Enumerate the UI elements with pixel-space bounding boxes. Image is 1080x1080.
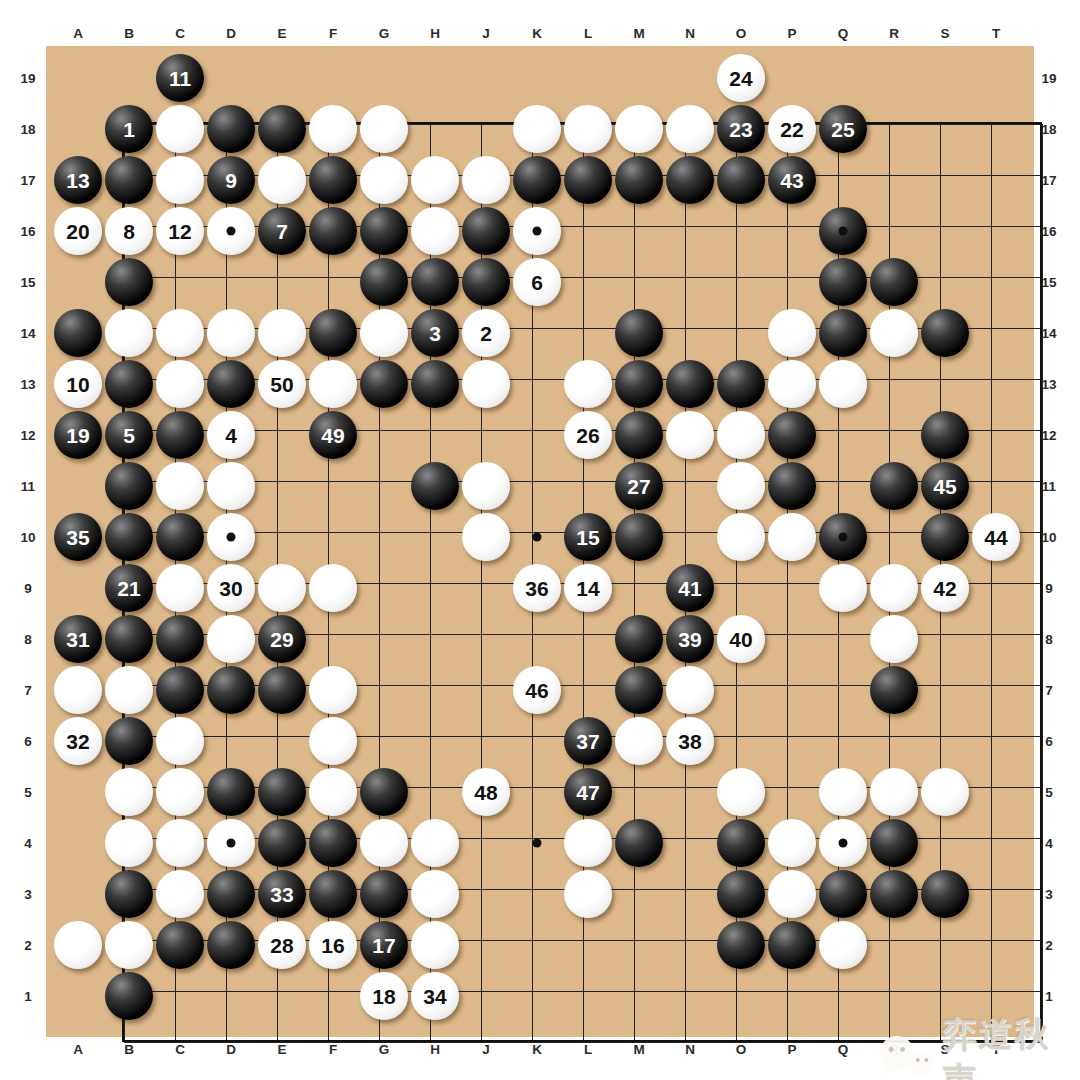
intersection-O10 xyxy=(716,512,767,563)
intersection-R11 xyxy=(869,461,920,512)
intersection-K6 xyxy=(512,716,563,767)
intersection-B15 xyxy=(104,257,155,308)
intersection-B12: 5 xyxy=(104,410,155,461)
black-stone-A17: 13 xyxy=(54,156,102,204)
white-stone-K7: 46 xyxy=(513,666,561,714)
intersection-O19: 24 xyxy=(716,53,767,104)
intersection-S10 xyxy=(920,512,971,563)
black-stone-M10 xyxy=(615,513,663,561)
white-stone-C17 xyxy=(156,156,204,204)
black-stone-Q3 xyxy=(819,870,867,918)
intersection-A2 xyxy=(53,920,104,971)
intersection-H13 xyxy=(410,359,461,410)
white-stone-C9 xyxy=(156,564,204,612)
black-stone-N13 xyxy=(666,360,714,408)
intersection-C15 xyxy=(155,257,206,308)
intersection-G7 xyxy=(359,665,410,716)
intersection-S3 xyxy=(920,869,971,920)
intersection-H6 xyxy=(410,716,461,767)
black-stone-C10 xyxy=(156,513,204,561)
coordinate-label: T xyxy=(992,26,1000,41)
intersection-K18 xyxy=(512,104,563,155)
intersection-E9 xyxy=(257,563,308,614)
black-stone-O2 xyxy=(717,921,765,969)
intersection-R2 xyxy=(869,920,920,971)
coordinate-label: 1 xyxy=(1045,989,1053,1004)
intersection-M8 xyxy=(614,614,665,665)
intersection-J15 xyxy=(461,257,512,308)
white-stone-P10 xyxy=(768,513,816,561)
intersection-S13 xyxy=(920,359,971,410)
intersection-Q14 xyxy=(818,308,869,359)
intersection-K19 xyxy=(512,53,563,104)
intersection-E5 xyxy=(257,767,308,818)
black-stone-G15 xyxy=(360,258,408,306)
black-stone-D3 xyxy=(207,870,255,918)
white-stone-L4 xyxy=(564,819,612,867)
intersection-E12 xyxy=(257,410,308,461)
intersection-O2 xyxy=(716,920,767,971)
star-point xyxy=(839,227,848,236)
intersection-T15 xyxy=(971,257,1022,308)
intersection-C18 xyxy=(155,104,206,155)
coordinate-label: 8 xyxy=(1045,632,1053,647)
intersection-Q3 xyxy=(818,869,869,920)
white-stone-E9 xyxy=(258,564,306,612)
white-stone-J13 xyxy=(462,360,510,408)
white-stone-D9: 30 xyxy=(207,564,255,612)
intersection-M18 xyxy=(614,104,665,155)
white-stone-P13 xyxy=(768,360,816,408)
black-stone-R3 xyxy=(870,870,918,918)
black-stone-F14 xyxy=(309,309,357,357)
coordinate-label: F xyxy=(329,26,337,41)
intersection-M5 xyxy=(614,767,665,818)
intersection-L15 xyxy=(563,257,614,308)
intersection-O16 xyxy=(716,206,767,257)
intersection-E17 xyxy=(257,155,308,206)
intersection-S4 xyxy=(920,818,971,869)
intersection-K15: 6 xyxy=(512,257,563,308)
black-stone-D2 xyxy=(207,921,255,969)
black-stone-A8: 31 xyxy=(54,615,102,663)
black-stone-S11: 45 xyxy=(921,462,969,510)
intersection-Q19 xyxy=(818,53,869,104)
intersection-K1 xyxy=(512,971,563,1022)
intersection-F15 xyxy=(308,257,359,308)
intersection-A6: 32 xyxy=(53,716,104,767)
white-stone-F18 xyxy=(309,105,357,153)
intersection-P8 xyxy=(767,614,818,665)
black-stone-B1 xyxy=(105,972,153,1020)
intersection-G10 xyxy=(359,512,410,563)
intersection-N9: 41 xyxy=(665,563,716,614)
white-stone-K18 xyxy=(513,105,561,153)
white-stone-C4 xyxy=(156,819,204,867)
intersection-T10: 44 xyxy=(971,512,1022,563)
intersection-R3 xyxy=(869,869,920,920)
intersection-M17 xyxy=(614,155,665,206)
intersection-R14 xyxy=(869,308,920,359)
intersection-M3 xyxy=(614,869,665,920)
intersection-J6 xyxy=(461,716,512,767)
watermark-text: 弈道秋声 xyxy=(943,1012,1080,1080)
intersection-A10: 35 xyxy=(53,512,104,563)
black-stone-B6 xyxy=(105,717,153,765)
white-stone-N7 xyxy=(666,666,714,714)
black-stone-D13 xyxy=(207,360,255,408)
intersection-H10 xyxy=(410,512,461,563)
white-stone-A7 xyxy=(54,666,102,714)
white-stone-A2 xyxy=(54,921,102,969)
intersection-R9 xyxy=(869,563,920,614)
black-stone-O17 xyxy=(717,156,765,204)
intersection-F4 xyxy=(308,818,359,869)
intersection-E11 xyxy=(257,461,308,512)
intersection-N15 xyxy=(665,257,716,308)
intersection-F5 xyxy=(308,767,359,818)
white-stone-N12 xyxy=(666,411,714,459)
intersection-N18 xyxy=(665,104,716,155)
intersection-H1: 34 xyxy=(410,971,461,1022)
black-stone-L5: 47 xyxy=(564,768,612,816)
intersection-E13: 50 xyxy=(257,359,308,410)
black-stone-B3 xyxy=(105,870,153,918)
coordinate-label: 13 xyxy=(1041,377,1056,392)
intersection-B18: 1 xyxy=(104,104,155,155)
intersection-E15 xyxy=(257,257,308,308)
intersection-D17: 9 xyxy=(206,155,257,206)
white-stone-S5 xyxy=(921,768,969,816)
black-stone-Q14 xyxy=(819,309,867,357)
black-stone-B8 xyxy=(105,615,153,663)
intersection-J2 xyxy=(461,920,512,971)
intersection-A4 xyxy=(53,818,104,869)
intersection-K12 xyxy=(512,410,563,461)
intersection-Q1 xyxy=(818,971,869,1022)
intersection-F16 xyxy=(308,206,359,257)
intersection-J1 xyxy=(461,971,512,1022)
intersection-T19 xyxy=(971,53,1022,104)
intersection-G17 xyxy=(359,155,410,206)
intersection-K3 xyxy=(512,869,563,920)
star-point xyxy=(227,227,236,236)
black-stone-M17 xyxy=(615,156,663,204)
intersection-G14 xyxy=(359,308,410,359)
intersection-J7 xyxy=(461,665,512,716)
white-stone-D11 xyxy=(207,462,255,510)
watermark: 弈道秋声 xyxy=(872,1012,1080,1080)
coordinate-label: A xyxy=(73,26,83,41)
coordinate-label: 10 xyxy=(1041,530,1056,545)
intersection-S17 xyxy=(920,155,971,206)
intersection-F8 xyxy=(308,614,359,665)
intersection-D19 xyxy=(206,53,257,104)
coordinate-label: 6 xyxy=(1045,734,1053,749)
black-stone-S12 xyxy=(921,411,969,459)
intersection-M4 xyxy=(614,818,665,869)
intersection-G16 xyxy=(359,206,410,257)
white-stone-L12: 26 xyxy=(564,411,612,459)
intersection-P12 xyxy=(767,410,818,461)
coordinate-label: 7 xyxy=(24,683,32,698)
intersection-H14: 3 xyxy=(410,308,461,359)
intersection-Q12 xyxy=(818,410,869,461)
coordinate-label: 9 xyxy=(1045,581,1053,596)
black-stone-L17 xyxy=(564,156,612,204)
intersection-A15 xyxy=(53,257,104,308)
black-stone-G13 xyxy=(360,360,408,408)
intersection-L14 xyxy=(563,308,614,359)
intersection-C19: 11 xyxy=(155,53,206,104)
intersection-L8 xyxy=(563,614,614,665)
white-stone-O8: 40 xyxy=(717,615,765,663)
black-stone-M13 xyxy=(615,360,663,408)
intersection-M1 xyxy=(614,971,665,1022)
intersection-K7: 46 xyxy=(512,665,563,716)
intersection-G4 xyxy=(359,818,410,869)
intersection-N19 xyxy=(665,53,716,104)
intersection-G18 xyxy=(359,104,410,155)
white-stone-F2: 16 xyxy=(309,921,357,969)
black-stone-M12 xyxy=(615,411,663,459)
intersection-P4 xyxy=(767,818,818,869)
coordinate-label: 5 xyxy=(24,785,32,800)
intersection-S7 xyxy=(920,665,971,716)
intersection-S15 xyxy=(920,257,971,308)
white-stone-M6 xyxy=(615,717,663,765)
coordinate-label: 2 xyxy=(24,938,32,953)
coordinate-label: F xyxy=(329,1042,337,1057)
intersection-Q2 xyxy=(818,920,869,971)
go-diagram-page: ABCDEFGHJKLMNOPQRST ABCDEFGHJKLMNOPQRST … xyxy=(0,0,1080,1080)
coordinate-label: Q xyxy=(838,26,849,41)
intersection-R10 xyxy=(869,512,920,563)
intersection-E2: 28 xyxy=(257,920,308,971)
intersection-C1 xyxy=(155,971,206,1022)
intersection-E18 xyxy=(257,104,308,155)
intersection-S6 xyxy=(920,716,971,767)
white-stone-E2: 28 xyxy=(258,921,306,969)
intersection-H7 xyxy=(410,665,461,716)
intersection-P13 xyxy=(767,359,818,410)
white-stone-P18: 22 xyxy=(768,105,816,153)
coordinate-label: 4 xyxy=(24,836,32,851)
intersection-D9: 30 xyxy=(206,563,257,614)
white-stone-G17 xyxy=(360,156,408,204)
intersection-R12 xyxy=(869,410,920,461)
black-stone-F12: 49 xyxy=(309,411,357,459)
intersection-S16 xyxy=(920,206,971,257)
coordinate-label: N xyxy=(685,1042,695,1057)
intersection-S2 xyxy=(920,920,971,971)
intersection-H5 xyxy=(410,767,461,818)
intersection-B7 xyxy=(104,665,155,716)
intersection-P18: 22 xyxy=(767,104,818,155)
intersection-T8 xyxy=(971,614,1022,665)
black-stone-E18 xyxy=(258,105,306,153)
intersection-R8 xyxy=(869,614,920,665)
intersection-F19 xyxy=(308,53,359,104)
intersection-J3 xyxy=(461,869,512,920)
white-stone-C16: 12 xyxy=(156,207,204,255)
black-stone-P12 xyxy=(768,411,816,459)
intersection-P11 xyxy=(767,461,818,512)
intersection-D12: 4 xyxy=(206,410,257,461)
black-stone-R15 xyxy=(870,258,918,306)
white-stone-K15: 6 xyxy=(513,258,561,306)
intersection-O6 xyxy=(716,716,767,767)
black-stone-G2: 17 xyxy=(360,921,408,969)
coordinate-label: 3 xyxy=(24,887,32,902)
black-stone-B9: 21 xyxy=(105,564,153,612)
black-stone-C12 xyxy=(156,411,204,459)
coordinate-label: 12 xyxy=(20,428,35,443)
black-stone-C19: 11 xyxy=(156,54,204,102)
intersection-N7 xyxy=(665,665,716,716)
intersection-C5 xyxy=(155,767,206,818)
intersection-S18 xyxy=(920,104,971,155)
coordinate-label: 11 xyxy=(1042,479,1056,494)
intersection-R5 xyxy=(869,767,920,818)
white-stone-J11 xyxy=(462,462,510,510)
intersection-O13 xyxy=(716,359,767,410)
white-stone-B14 xyxy=(105,309,153,357)
coordinate-label: H xyxy=(430,1042,440,1057)
intersection-Q9 xyxy=(818,563,869,614)
intersection-E1 xyxy=(257,971,308,1022)
intersection-A1 xyxy=(53,971,104,1022)
intersection-D5 xyxy=(206,767,257,818)
black-stone-O4 xyxy=(717,819,765,867)
intersection-F7 xyxy=(308,665,359,716)
intersection-C6 xyxy=(155,716,206,767)
black-stone-M7 xyxy=(615,666,663,714)
white-stone-B16: 8 xyxy=(105,207,153,255)
white-stone-E17 xyxy=(258,156,306,204)
intersection-P6 xyxy=(767,716,818,767)
black-stone-O3 xyxy=(717,870,765,918)
intersection-R18 xyxy=(869,104,920,155)
black-stone-H11 xyxy=(411,462,459,510)
white-stone-D12: 4 xyxy=(207,411,255,459)
coordinate-label: 18 xyxy=(20,122,35,137)
intersection-C2 xyxy=(155,920,206,971)
black-stone-P11 xyxy=(768,462,816,510)
white-stone-H3 xyxy=(411,870,459,918)
intersection-A18 xyxy=(53,104,104,155)
intersection-T9 xyxy=(971,563,1022,614)
intersection-O7 xyxy=(716,665,767,716)
white-stone-P14 xyxy=(768,309,816,357)
intersection-J11 xyxy=(461,461,512,512)
intersection-D7 xyxy=(206,665,257,716)
white-stone-C11 xyxy=(156,462,204,510)
intersection-G12 xyxy=(359,410,410,461)
white-stone-Q5 xyxy=(819,768,867,816)
black-stone-D18 xyxy=(207,105,255,153)
intersection-C10 xyxy=(155,512,206,563)
intersection-T17 xyxy=(971,155,1022,206)
white-stone-E13: 50 xyxy=(258,360,306,408)
coordinate-label: B xyxy=(124,1042,134,1057)
intersection-N12 xyxy=(665,410,716,461)
intersection-L9: 14 xyxy=(563,563,614,614)
white-stone-A16: 20 xyxy=(54,207,102,255)
coordinate-label: 9 xyxy=(24,581,32,596)
intersection-Q11 xyxy=(818,461,869,512)
wechat-icon xyxy=(872,1033,943,1080)
white-stone-J5: 48 xyxy=(462,768,510,816)
intersection-A9 xyxy=(53,563,104,614)
intersection-K5 xyxy=(512,767,563,818)
intersection-B19 xyxy=(104,53,155,104)
intersection-N5 xyxy=(665,767,716,818)
black-stone-H14: 3 xyxy=(411,309,459,357)
intersection-T6 xyxy=(971,716,1022,767)
intersection-F11 xyxy=(308,461,359,512)
intersection-N14 xyxy=(665,308,716,359)
intersection-N13 xyxy=(665,359,716,410)
white-stone-P4 xyxy=(768,819,816,867)
intersection-P16 xyxy=(767,206,818,257)
intersection-A19 xyxy=(53,53,104,104)
black-stone-O13 xyxy=(717,360,765,408)
intersection-A14 xyxy=(53,308,104,359)
black-stone-E4 xyxy=(258,819,306,867)
white-stone-D14 xyxy=(207,309,255,357)
black-stone-P2 xyxy=(768,921,816,969)
intersection-K11 xyxy=(512,461,563,512)
white-stone-L3 xyxy=(564,870,612,918)
white-stone-J14: 2 xyxy=(462,309,510,357)
intersection-H17 xyxy=(410,155,461,206)
black-stone-S3 xyxy=(921,870,969,918)
intersection-B8 xyxy=(104,614,155,665)
intersection-B6 xyxy=(104,716,155,767)
intersection-R16 xyxy=(869,206,920,257)
intersection-C9 xyxy=(155,563,206,614)
coordinate-label: R xyxy=(889,26,899,41)
intersection-D1 xyxy=(206,971,257,1022)
intersection-A7 xyxy=(53,665,104,716)
intersection-G8 xyxy=(359,614,410,665)
coordinate-label: 10 xyxy=(20,530,35,545)
intersection-E10 xyxy=(257,512,308,563)
intersection-G3 xyxy=(359,869,410,920)
intersection-P15 xyxy=(767,257,818,308)
intersection-J9 xyxy=(461,563,512,614)
intersection-O11 xyxy=(716,461,767,512)
intersection-N16 xyxy=(665,206,716,257)
coordinate-label: 3 xyxy=(1045,887,1053,902)
intersection-G2: 17 xyxy=(359,920,410,971)
intersection-N3 xyxy=(665,869,716,920)
white-stone-C5 xyxy=(156,768,204,816)
white-stone-F5 xyxy=(309,768,357,816)
intersection-H15 xyxy=(410,257,461,308)
white-stone-O12 xyxy=(717,411,765,459)
white-stone-H1: 34 xyxy=(411,972,459,1020)
intersection-J14: 2 xyxy=(461,308,512,359)
intersection-A16: 20 xyxy=(53,206,104,257)
coordinate-label: 13 xyxy=(20,377,35,392)
coordinate-label: P xyxy=(787,26,796,41)
black-stone-B18: 1 xyxy=(105,105,153,153)
intersection-Q17 xyxy=(818,155,869,206)
black-stone-M11: 27 xyxy=(615,462,663,510)
coordinate-label: 7 xyxy=(1045,683,1053,698)
